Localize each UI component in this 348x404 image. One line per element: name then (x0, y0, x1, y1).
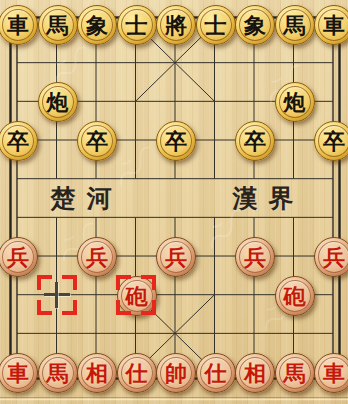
piece-red-cannon-d8[interactable]: 砲 (117, 276, 157, 316)
piece-glyph: 車 (7, 362, 29, 384)
piece-red-advisor-f10[interactable]: 仕 (196, 353, 236, 393)
piece-black-horse-b1[interactable]: 馬 (38, 5, 78, 45)
piece-glyph: 相 (244, 362, 266, 384)
piece-glyph: 兵 (165, 246, 187, 268)
piece-glyph: 砲 (284, 285, 306, 307)
piece-glyph: 士 (205, 14, 227, 36)
piece-glyph: 仕 (126, 362, 148, 384)
piece-black-soldier-c4[interactable]: 卒 (77, 121, 117, 161)
piece-black-general-e1[interactable]: 將 (156, 5, 196, 45)
piece-glyph: 車 (7, 14, 29, 36)
piece-black-advisor-f1[interactable]: 士 (196, 5, 236, 45)
piece-glyph: 車 (323, 362, 345, 384)
piece-glyph: 帥 (165, 362, 187, 384)
piece-glyph: 馬 (47, 14, 69, 36)
piece-glyph: 車 (323, 14, 345, 36)
piece-glyph: 將 (165, 14, 187, 36)
piece-red-horse-b10[interactable]: 馬 (38, 353, 78, 393)
piece-red-soldier-e7[interactable]: 兵 (156, 237, 196, 277)
piece-red-elephant-c10[interactable]: 相 (77, 353, 117, 393)
piece-glyph: 兵 (86, 246, 108, 268)
piece-glyph: 士 (126, 14, 148, 36)
piece-glyph: 卒 (165, 130, 187, 152)
piece-red-horse-h10[interactable]: 馬 (275, 353, 315, 393)
piece-glyph: 相 (86, 362, 108, 384)
piece-black-cannon-h3[interactable]: 炮 (275, 82, 315, 122)
piece-black-soldier-i4[interactable]: 卒 (314, 121, 348, 161)
river-label-chu-river: 楚河 (46, 182, 123, 215)
piece-glyph: 卒 (244, 130, 266, 152)
piece-glyph: 象 (86, 14, 108, 36)
river-label-han-border: 漢界 (228, 182, 305, 215)
piece-glyph: 卒 (86, 130, 108, 152)
piece-black-advisor-d1[interactable]: 士 (117, 5, 157, 45)
piece-glyph: 炮 (284, 91, 306, 113)
piece-red-cannon-h8[interactable]: 砲 (275, 276, 315, 316)
piece-glyph: 象 (244, 14, 266, 36)
piece-glyph: 仕 (205, 362, 227, 384)
piece-red-soldier-c7[interactable]: 兵 (77, 237, 117, 277)
piece-black-cannon-b3[interactable]: 炮 (38, 82, 78, 122)
piece-black-soldier-e4[interactable]: 卒 (156, 121, 196, 161)
piece-glyph: 兵 (7, 246, 29, 268)
piece-black-elephant-c1[interactable]: 象 (77, 5, 117, 45)
piece-glyph: 卒 (7, 130, 29, 152)
piece-glyph: 馬 (284, 14, 306, 36)
piece-glyph: 兵 (323, 246, 345, 268)
piece-red-soldier-i7[interactable]: 兵 (314, 237, 348, 277)
piece-red-elephant-g10[interactable]: 相 (235, 353, 275, 393)
piece-red-advisor-d10[interactable]: 仕 (117, 353, 157, 393)
piece-black-soldier-g4[interactable]: 卒 (235, 121, 275, 161)
piece-glyph: 炮 (47, 91, 69, 113)
piece-glyph: 馬 (47, 362, 69, 384)
piece-red-chariot-i10[interactable]: 車 (314, 353, 348, 393)
piece-black-elephant-g1[interactable]: 象 (235, 5, 275, 45)
piece-red-soldier-g7[interactable]: 兵 (235, 237, 275, 277)
piece-glyph: 馬 (284, 362, 306, 384)
piece-glyph: 卒 (323, 130, 345, 152)
piece-black-horse-h1[interactable]: 馬 (275, 5, 315, 45)
piece-glyph: 砲 (126, 285, 148, 307)
piece-glyph: 兵 (244, 246, 266, 268)
piece-red-general-e10[interactable]: 帥 (156, 353, 196, 393)
xiangqi-board[interactable]: 楚河 漢界 車馬象士將士象馬車炮炮卒卒卒卒卒兵兵兵兵兵砲砲車馬相仕帥仕相馬車 (0, 0, 348, 404)
piece-black-chariot-i1[interactable]: 車 (314, 5, 348, 45)
